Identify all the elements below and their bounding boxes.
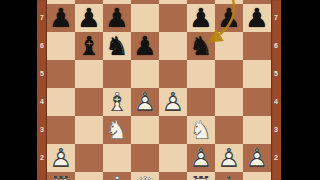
white-pawn-f2[interactable]: ♟♙ <box>187 144 215 172</box>
square-d4[interactable]: ♟♙ <box>131 88 159 116</box>
black-knight-f6[interactable]: ♞ <box>187 32 215 60</box>
square-f7[interactable]: ♟ <box>187 4 215 32</box>
square-c2[interactable] <box>103 144 131 172</box>
square-c7[interactable]: ♟ <box>103 4 131 32</box>
rank-label-3-left: 3 <box>37 126 47 134</box>
rank-label-7-left: 7 <box>37 14 47 22</box>
square-d1[interactable]: ♛♕ <box>131 172 159 180</box>
square-d2[interactable] <box>131 144 159 172</box>
rank-label-2-right: 2 <box>271 154 281 162</box>
square-a3[interactable] <box>47 116 75 144</box>
square-h7[interactable]: ♟ <box>243 4 271 32</box>
white-pawn-h2[interactable]: ♟♙ <box>243 144 271 172</box>
white-bishop-c4[interactable]: ♝♗ <box>103 88 131 116</box>
chess-board: ♜♝♛♚♜♟♟♟♟♟♟♝♞♟♞♝♗♟♙♟♙♞♘♞♘♟♙♟♙♟♙♟♙♜♖♝♗♛♕♜… <box>47 0 271 180</box>
square-h4[interactable] <box>243 88 271 116</box>
rank-label-7-right: 7 <box>271 14 281 22</box>
black-piece-glyph: ♞ <box>103 32 131 60</box>
white-piece-outline: ♙ <box>131 88 159 116</box>
square-a7[interactable]: ♟ <box>47 4 75 32</box>
square-d5[interactable] <box>131 60 159 88</box>
white-rook-f1[interactable]: ♜♖ <box>187 172 215 180</box>
white-piece-outline: ♙ <box>159 88 187 116</box>
white-pawn-g2[interactable]: ♟♙ <box>215 144 243 172</box>
white-queen-d1[interactable]: ♛♕ <box>131 172 159 180</box>
white-king-g1[interactable]: ♚♔ <box>215 172 243 180</box>
square-e2[interactable] <box>159 144 187 172</box>
square-d6[interactable]: ♟ <box>131 32 159 60</box>
white-piece-outline: ♙ <box>187 144 215 172</box>
square-b5[interactable] <box>75 60 103 88</box>
black-piece-glyph: ♞ <box>187 32 215 60</box>
square-b3[interactable] <box>75 116 103 144</box>
square-a5[interactable] <box>47 60 75 88</box>
square-d7[interactable] <box>131 4 159 32</box>
rank-rail-left: 765432 <box>37 0 47 180</box>
square-a6[interactable] <box>47 32 75 60</box>
rank-label-4-left: 4 <box>37 98 47 106</box>
white-piece-outline: ♙ <box>47 144 75 172</box>
black-knight-c6[interactable]: ♞ <box>103 32 131 60</box>
rank-label-5-right: 5 <box>271 70 281 78</box>
square-c4[interactable]: ♝♗ <box>103 88 131 116</box>
rank-label-6-right: 6 <box>271 42 281 50</box>
square-b1[interactable] <box>75 172 103 180</box>
white-piece-outline: ♘ <box>187 116 215 144</box>
white-bishop-c1[interactable]: ♝♗ <box>103 172 131 180</box>
square-a4[interactable] <box>47 88 75 116</box>
black-pawn-g7[interactable]: ♟ <box>215 4 243 32</box>
white-piece-outline: ♙ <box>215 144 243 172</box>
square-h5[interactable] <box>243 60 271 88</box>
square-h3[interactable] <box>243 116 271 144</box>
square-f6[interactable]: ♞ <box>187 32 215 60</box>
black-piece-glyph: ♟ <box>47 4 75 32</box>
rank-label-2-left: 2 <box>37 154 47 162</box>
video-frame: 765432 765432 ♜♝♛♚♜♟♟♟♟♟♟♝♞♟♞♝♗♟♙♟♙♞♘♞♘♟… <box>0 0 320 180</box>
square-b4[interactable] <box>75 88 103 116</box>
square-b7[interactable]: ♟ <box>75 4 103 32</box>
black-pawn-d6[interactable]: ♟ <box>131 32 159 60</box>
black-piece-glyph: ♟ <box>75 4 103 32</box>
square-h2[interactable]: ♟♙ <box>243 144 271 172</box>
rank-label-4-right: 4 <box>271 98 281 106</box>
white-piece-outline: ♗ <box>103 88 131 116</box>
square-a2[interactable]: ♟♙ <box>47 144 75 172</box>
square-g5[interactable] <box>215 60 243 88</box>
square-d3[interactable] <box>131 116 159 144</box>
rank-rail-right: 765432 <box>271 0 281 180</box>
black-piece-glyph: ♟ <box>103 4 131 32</box>
white-pawn-d4[interactable]: ♟♙ <box>131 88 159 116</box>
square-g4[interactable] <box>215 88 243 116</box>
square-b2[interactable] <box>75 144 103 172</box>
square-g1[interactable]: ♚♔ <box>215 172 243 180</box>
square-f5[interactable] <box>187 60 215 88</box>
white-piece-outline: ♘ <box>103 116 131 144</box>
square-b6[interactable]: ♝ <box>75 32 103 60</box>
square-h1[interactable] <box>243 172 271 180</box>
rank-label-5-left: 5 <box>37 70 47 78</box>
white-piece-outline: ♕ <box>131 172 159 180</box>
square-e1[interactable] <box>159 172 187 180</box>
white-piece-outline: ♖ <box>47 172 75 180</box>
black-bishop-b6[interactable]: ♝ <box>75 32 103 60</box>
black-pawn-c7[interactable]: ♟ <box>103 4 131 32</box>
black-pawn-h7[interactable]: ♟ <box>243 4 271 32</box>
white-knight-f3[interactable]: ♞♘ <box>187 116 215 144</box>
black-piece-glyph: ♝ <box>75 32 103 60</box>
rank-label-3-right: 3 <box>271 126 281 134</box>
black-pawn-a7[interactable]: ♟ <box>47 4 75 32</box>
square-e5[interactable] <box>159 60 187 88</box>
square-g3[interactable] <box>215 116 243 144</box>
white-knight-c3[interactable]: ♞♘ <box>103 116 131 144</box>
square-c5[interactable] <box>103 60 131 88</box>
square-g2[interactable]: ♟♙ <box>215 144 243 172</box>
black-piece-glyph: ♟ <box>215 4 243 32</box>
black-piece-glyph: ♟ <box>131 32 159 60</box>
square-c1[interactable]: ♝♗ <box>103 172 131 180</box>
rank-label-6-left: 6 <box>37 42 47 50</box>
black-piece-glyph: ♟ <box>243 4 271 32</box>
black-pawn-b7[interactable]: ♟ <box>75 4 103 32</box>
square-f1[interactable]: ♜♖ <box>187 172 215 180</box>
square-e6[interactable] <box>159 32 187 60</box>
white-rook-a1[interactable]: ♜♖ <box>47 172 75 180</box>
white-pawn-a2[interactable]: ♟♙ <box>47 144 75 172</box>
square-f2[interactable]: ♟♙ <box>187 144 215 172</box>
square-f4[interactable] <box>187 88 215 116</box>
square-g7[interactable]: ♟ <box>215 4 243 32</box>
square-e3[interactable] <box>159 116 187 144</box>
black-piece-glyph: ♟ <box>187 4 215 32</box>
white-pawn-e4[interactable]: ♟♙ <box>159 88 187 116</box>
white-piece-outline: ♗ <box>103 172 131 180</box>
square-c3[interactable]: ♞♘ <box>103 116 131 144</box>
square-f3[interactable]: ♞♘ <box>187 116 215 144</box>
square-a1[interactable]: ♜♖ <box>47 172 75 180</box>
square-h6[interactable] <box>243 32 271 60</box>
white-piece-outline: ♖ <box>187 172 215 180</box>
square-e7[interactable] <box>159 4 187 32</box>
square-e4[interactable]: ♟♙ <box>159 88 187 116</box>
white-piece-outline: ♔ <box>215 172 243 180</box>
square-c6[interactable]: ♞ <box>103 32 131 60</box>
black-pawn-f7[interactable]: ♟ <box>187 4 215 32</box>
white-piece-outline: ♙ <box>243 144 271 172</box>
square-g6[interactable] <box>215 32 243 60</box>
